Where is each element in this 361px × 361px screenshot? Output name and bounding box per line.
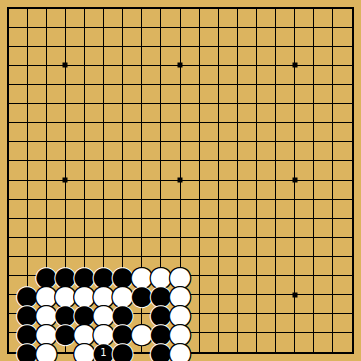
grid-vertical-line bbox=[313, 8, 314, 352]
star-point bbox=[178, 63, 183, 68]
star-point bbox=[178, 292, 183, 297]
grid-horizontal-line bbox=[8, 352, 352, 353]
grid-vertical-line bbox=[275, 8, 276, 352]
grid-vertical-line bbox=[218, 8, 219, 352]
grid-horizontal-line bbox=[8, 332, 352, 333]
star-point bbox=[292, 178, 297, 183]
star-point bbox=[178, 178, 183, 183]
grid-horizontal-line bbox=[8, 256, 352, 257]
grid-horizontal-line bbox=[8, 199, 352, 200]
star-point bbox=[292, 63, 297, 68]
grid-vertical-line bbox=[352, 8, 353, 352]
grid-vertical-line bbox=[332, 8, 333, 352]
grid-vertical-line bbox=[237, 8, 238, 352]
star-point bbox=[63, 292, 68, 297]
grid-horizontal-line bbox=[8, 237, 352, 238]
grid-horizontal-line bbox=[8, 275, 352, 276]
grid-vertical-line bbox=[199, 8, 200, 352]
star-point bbox=[292, 292, 297, 297]
grid-vertical-line bbox=[256, 8, 257, 352]
go-board[interactable]: ●●●●●●●●●●●●●●●●●●●●●●●●●●●●●●●●●●●●●●●●… bbox=[0, 0, 361, 361]
star-point bbox=[63, 63, 68, 68]
grid-horizontal-line bbox=[8, 313, 352, 314]
grid-horizontal-line bbox=[8, 218, 352, 219]
star-point bbox=[63, 178, 68, 183]
